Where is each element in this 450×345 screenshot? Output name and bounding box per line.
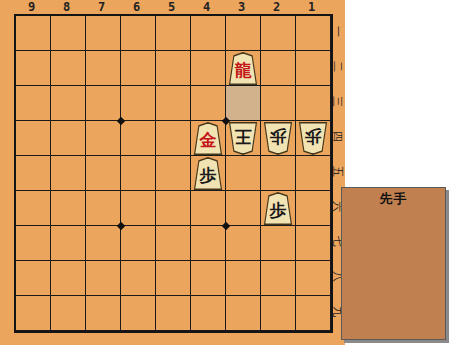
shogi-piece-gote-3四[interactable]: 王 [228, 122, 258, 155]
piece-face: 歩 [265, 124, 292, 154]
piece-face: 龍 [230, 54, 257, 84]
piece-face: 歩 [195, 159, 222, 189]
star-point-1 [117, 117, 125, 125]
row-label-4: 四 [330, 119, 345, 154]
row-label-2: 二 [330, 49, 345, 84]
shogi-board[interactable]: 龍金王歩歩歩歩 [14, 14, 333, 333]
star-point-3 [117, 222, 125, 230]
column-label-6: 6 [119, 0, 154, 14]
shogi-piece-sente-4五[interactable]: 歩 [193, 157, 223, 190]
board-background: 龍金王歩歩歩歩 987654321一二三四五六七八九 [0, 0, 345, 345]
row-label-1: 一 [330, 14, 345, 49]
sente-hand-panel: 先手 [341, 187, 446, 340]
row-label-5: 五 [330, 154, 345, 189]
column-label-2: 2 [259, 0, 294, 14]
column-label-7: 7 [84, 0, 119, 14]
row-label-3: 三 [330, 84, 345, 119]
shogi-diagram: 龍金王歩歩歩歩 987654321一二三四五六七八九 先手 [0, 0, 450, 345]
shogi-piece-sente-4四[interactable]: 金 [193, 122, 223, 155]
column-label-9: 9 [14, 0, 49, 14]
column-label-3: 3 [224, 0, 259, 14]
shogi-piece-sente-3二[interactable]: 龍 [228, 52, 258, 85]
piece-glyph: 龍 [235, 59, 252, 79]
piece-glyph: 歩 [270, 199, 287, 219]
highlighted-square-3三[interactable] [226, 86, 260, 120]
star-point-4 [222, 222, 230, 230]
piece-face: 歩 [300, 124, 327, 154]
piece-glyph: 王 [235, 129, 252, 149]
piece-glyph: 歩 [305, 129, 322, 149]
hand-panel-label: 先手 [342, 188, 445, 208]
piece-face: 王 [230, 124, 257, 154]
piece-face: 金 [195, 124, 222, 154]
shogi-piece-sente-2六[interactable]: 歩 [263, 192, 293, 225]
column-label-8: 8 [49, 0, 84, 14]
piece-glyph: 歩 [200, 164, 217, 184]
column-label-4: 4 [189, 0, 224, 14]
column-label-1: 1 [294, 0, 329, 14]
column-label-5: 5 [154, 0, 189, 14]
piece-glyph: 歩 [270, 129, 287, 149]
shogi-piece-gote-1四[interactable]: 歩 [298, 122, 328, 155]
piece-glyph: 金 [200, 129, 217, 149]
shogi-piece-gote-2四[interactable]: 歩 [263, 122, 293, 155]
piece-face: 歩 [265, 194, 292, 224]
